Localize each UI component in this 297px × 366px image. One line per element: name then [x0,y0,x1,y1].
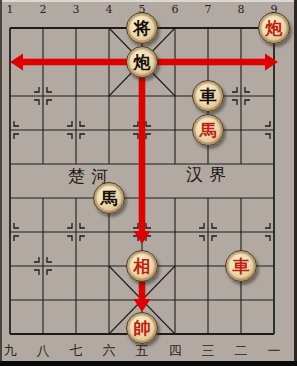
window-edge-left [0,0,2,366]
file-number-bottom: 八 [37,342,50,360]
red-chariot[interactable]: 車 [225,250,257,282]
file-number-top: 2 [40,3,47,16]
black-cannon[interactable]: 炮 [126,46,158,78]
position-mark [133,121,151,139]
file-number-bottom: 九 [4,342,17,360]
file-number-top: 8 [238,3,245,16]
file-number-bottom: 六 [103,342,116,360]
black-chariot[interactable]: 車 [192,80,224,112]
file-number-top: 4 [106,3,113,16]
red-elephant[interactable]: 相 [126,250,158,282]
position-mark [133,223,151,241]
position-mark [34,257,52,275]
window-edge-right [294,0,297,366]
file-number-bottom: 五 [136,342,149,360]
file-number-bottom: 一 [268,342,281,360]
position-mark [67,121,85,139]
window-edge-top [0,0,297,2]
file-number-top: 9 [271,3,278,16]
position-mark [232,87,250,105]
file-number-bottom: 四 [169,342,182,360]
black-general[interactable]: 将 [126,12,158,44]
position-mark [67,223,85,241]
file-number-bottom: 三 [202,342,215,360]
position-mark [34,87,52,105]
file-number-top: 7 [205,3,212,16]
position-mark [14,223,19,241]
position-mark [265,223,270,241]
river-label-han-jie: 汉界 [180,163,232,186]
red-general[interactable]: 帥 [126,312,158,344]
cannon-line-left [10,54,144,71]
file-number-top: 1 [7,3,14,16]
black-horse[interactable]: 馬 [93,182,125,214]
file-number-bottom: 七 [70,342,83,360]
window-edge-bottom [0,361,297,366]
position-mark [14,121,19,139]
position-mark [265,121,270,139]
cannon-line-right [142,54,278,71]
file-number-top: 3 [73,3,80,16]
file-number-bottom: 二 [235,342,248,360]
file-number-top: 6 [172,3,179,16]
red-horse[interactable]: 馬 [192,114,224,146]
cannon-line-down-to-elephant [134,62,151,244]
xiangqi-diagram: 123456789 九八七六五四三二一 楚河 汉界 将炮炮車馬馬相車帥 [0,0,297,366]
position-mark [199,223,217,241]
file-number-top: 5 [139,3,146,16]
red-cannon[interactable]: 炮 [258,12,290,44]
